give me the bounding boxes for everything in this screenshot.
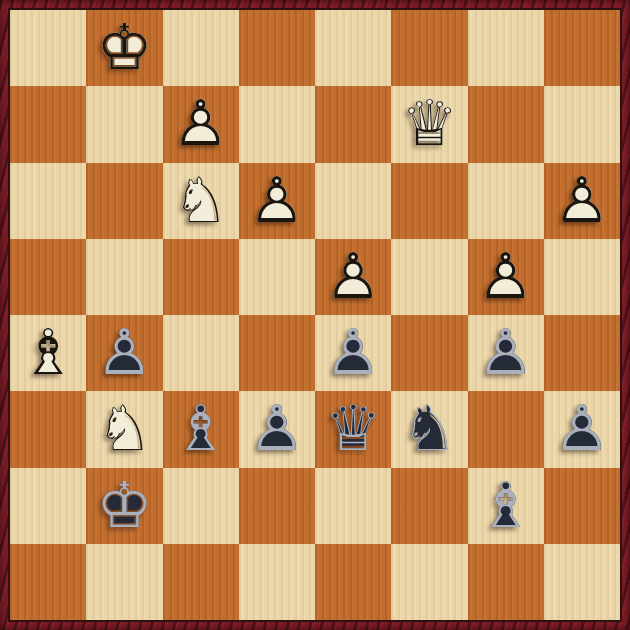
knight-glyph-outline: ♘ (391, 391, 467, 467)
square-h7[interactable] (544, 86, 620, 162)
square-a4[interactable]: ♝♗ (10, 315, 86, 391)
queen-glyph-outline: ♕ (391, 86, 467, 162)
square-f6[interactable] (391, 163, 467, 239)
pawn-glyph-fill: ♟ (544, 391, 620, 467)
board-frame: ♚♔♟♙♛♕♞♘♟♙♟♙♟♙♟♙♝♗♟♙♟♙♟♙♞♘♝♗♟♙♛♕♞♘♟♙♚♔♝♗ (0, 0, 630, 630)
pawn-glyph-fill: ♟ (468, 315, 544, 391)
pawn-glyph-outline: ♙ (468, 315, 544, 391)
square-f8[interactable] (391, 10, 467, 86)
black-bishop[interactable]: ♝♗ (468, 468, 544, 544)
square-a8[interactable] (10, 10, 86, 86)
square-c4[interactable] (163, 315, 239, 391)
square-d4[interactable] (239, 315, 315, 391)
black-bishop[interactable]: ♝♗ (163, 391, 239, 467)
square-b4[interactable]: ♟♙ (86, 315, 162, 391)
black-pawn[interactable]: ♟♙ (315, 315, 391, 391)
knight-glyph-fill: ♞ (86, 391, 162, 467)
square-f3[interactable]: ♞♘ (391, 391, 467, 467)
square-g1[interactable] (468, 544, 544, 620)
pawn-glyph-outline: ♙ (163, 86, 239, 162)
square-h4[interactable] (544, 315, 620, 391)
white-pawn[interactable]: ♟♙ (315, 239, 391, 315)
pawn-glyph-fill: ♟ (239, 163, 315, 239)
square-e8[interactable] (315, 10, 391, 86)
king-glyph-outline: ♔ (86, 468, 162, 544)
pawn-glyph-fill: ♟ (544, 163, 620, 239)
square-e3[interactable]: ♛♕ (315, 391, 391, 467)
pawn-glyph-outline: ♙ (315, 239, 391, 315)
square-a3[interactable] (10, 391, 86, 467)
square-a6[interactable] (10, 163, 86, 239)
white-knight[interactable]: ♞♘ (86, 391, 162, 467)
square-c6[interactable]: ♞♘ (163, 163, 239, 239)
bishop-glyph-outline: ♗ (163, 391, 239, 467)
square-b7[interactable] (86, 86, 162, 162)
square-c7[interactable]: ♟♙ (163, 86, 239, 162)
square-f4[interactable] (391, 315, 467, 391)
square-f2[interactable] (391, 468, 467, 544)
square-h3[interactable]: ♟♙ (544, 391, 620, 467)
square-b5[interactable] (86, 239, 162, 315)
square-g5[interactable]: ♟♙ (468, 239, 544, 315)
square-d5[interactable] (239, 239, 315, 315)
white-pawn[interactable]: ♟♙ (468, 239, 544, 315)
white-knight[interactable]: ♞♘ (163, 163, 239, 239)
white-king[interactable]: ♚♔ (86, 10, 162, 86)
square-b3[interactable]: ♞♘ (86, 391, 162, 467)
knight-glyph-outline: ♘ (163, 163, 239, 239)
white-pawn[interactable]: ♟♙ (239, 163, 315, 239)
queen-glyph-outline: ♕ (315, 391, 391, 467)
square-c2[interactable] (163, 468, 239, 544)
black-pawn[interactable]: ♟♙ (468, 315, 544, 391)
square-b8[interactable]: ♚♔ (86, 10, 162, 86)
knight-glyph-fill: ♞ (391, 391, 467, 467)
bishop-glyph-fill: ♝ (10, 315, 86, 391)
square-e6[interactable] (315, 163, 391, 239)
square-g6[interactable] (468, 163, 544, 239)
pawn-glyph-fill: ♟ (315, 315, 391, 391)
black-pawn[interactable]: ♟♙ (239, 391, 315, 467)
knight-glyph-fill: ♞ (163, 163, 239, 239)
square-a2[interactable] (10, 468, 86, 544)
king-glyph-fill: ♚ (86, 468, 162, 544)
square-e4[interactable]: ♟♙ (315, 315, 391, 391)
square-g4[interactable]: ♟♙ (468, 315, 544, 391)
queen-glyph-fill: ♛ (391, 86, 467, 162)
square-d1[interactable] (239, 544, 315, 620)
square-h8[interactable] (544, 10, 620, 86)
black-queen[interactable]: ♛♕ (315, 391, 391, 467)
square-h5[interactable] (544, 239, 620, 315)
square-c1[interactable] (163, 544, 239, 620)
pawn-glyph-outline: ♙ (544, 391, 620, 467)
pawn-glyph-outline: ♙ (239, 163, 315, 239)
square-f1[interactable] (391, 544, 467, 620)
square-c5[interactable] (163, 239, 239, 315)
square-g3[interactable] (468, 391, 544, 467)
chessboard: ♚♔♟♙♛♕♞♘♟♙♟♙♟♙♟♙♝♗♟♙♟♙♟♙♞♘♝♗♟♙♛♕♞♘♟♙♚♔♝♗ (10, 10, 620, 620)
pawn-glyph-fill: ♟ (239, 391, 315, 467)
pawn-glyph-outline: ♙ (239, 391, 315, 467)
square-h6[interactable]: ♟♙ (544, 163, 620, 239)
square-b2[interactable]: ♚♔ (86, 468, 162, 544)
bishop-glyph-outline: ♗ (10, 315, 86, 391)
black-king[interactable]: ♚♔ (86, 468, 162, 544)
square-e2[interactable] (315, 468, 391, 544)
square-g7[interactable] (468, 86, 544, 162)
square-d6[interactable]: ♟♙ (239, 163, 315, 239)
black-pawn[interactable]: ♟♙ (544, 391, 620, 467)
square-e7[interactable] (315, 86, 391, 162)
pawn-glyph-outline: ♙ (315, 315, 391, 391)
square-c3[interactable]: ♝♗ (163, 391, 239, 467)
black-knight[interactable]: ♞♘ (391, 391, 467, 467)
square-f7[interactable]: ♛♕ (391, 86, 467, 162)
pawn-glyph-outline: ♙ (86, 315, 162, 391)
bishop-glyph-fill: ♝ (468, 468, 544, 544)
knight-glyph-outline: ♘ (86, 391, 162, 467)
square-g8[interactable] (468, 10, 544, 86)
black-pawn[interactable]: ♟♙ (86, 315, 162, 391)
square-a7[interactable] (10, 86, 86, 162)
square-d2[interactable] (239, 468, 315, 544)
pawn-glyph-outline: ♙ (468, 239, 544, 315)
bishop-glyph-outline: ♗ (468, 468, 544, 544)
king-glyph-fill: ♚ (86, 10, 162, 86)
square-h1[interactable] (544, 544, 620, 620)
square-e1[interactable] (315, 544, 391, 620)
square-d8[interactable] (239, 10, 315, 86)
square-a5[interactable] (10, 239, 86, 315)
pawn-glyph-fill: ♟ (86, 315, 162, 391)
square-f5[interactable] (391, 239, 467, 315)
square-h2[interactable] (544, 468, 620, 544)
square-b6[interactable] (86, 163, 162, 239)
white-bishop[interactable]: ♝♗ (10, 315, 86, 391)
pawn-glyph-fill: ♟ (163, 86, 239, 162)
square-a1[interactable] (10, 544, 86, 620)
pawn-glyph-outline: ♙ (544, 163, 620, 239)
pawn-glyph-fill: ♟ (468, 239, 544, 315)
bishop-glyph-fill: ♝ (163, 391, 239, 467)
square-b1[interactable] (86, 544, 162, 620)
white-pawn[interactable]: ♟♙ (544, 163, 620, 239)
square-d3[interactable]: ♟♙ (239, 391, 315, 467)
square-e5[interactable]: ♟♙ (315, 239, 391, 315)
white-pawn[interactable]: ♟♙ (163, 86, 239, 162)
king-glyph-outline: ♔ (86, 10, 162, 86)
queen-glyph-fill: ♛ (315, 391, 391, 467)
square-c8[interactable] (163, 10, 239, 86)
white-queen[interactable]: ♛♕ (391, 86, 467, 162)
pawn-glyph-fill: ♟ (315, 239, 391, 315)
square-d7[interactable] (239, 86, 315, 162)
square-g2[interactable]: ♝♗ (468, 468, 544, 544)
